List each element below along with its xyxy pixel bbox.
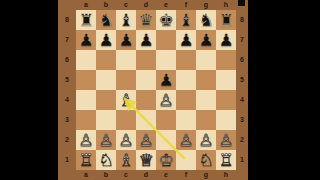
square-e3[interactable]: [156, 110, 176, 130]
square-d8[interactable]: ♛: [136, 10, 156, 30]
square-e8[interactable]: ♚: [156, 10, 176, 30]
file-label-c-bottom: c: [116, 170, 136, 180]
rank-label-3-left: 3: [58, 110, 76, 130]
square-h2[interactable]: ♙: [216, 130, 236, 150]
rank-label-6-left: 6: [58, 50, 76, 70]
file-label-d-top: d: [136, 0, 156, 10]
square-a5[interactable]: [76, 70, 96, 90]
square-c7[interactable]: ♟: [116, 30, 136, 50]
piece-black-knight: ♞: [198, 10, 213, 30]
piece-black-pawn: ♟: [198, 30, 213, 50]
rank-label-1-left: 1: [58, 150, 76, 170]
square-h7[interactable]: ♟: [216, 30, 236, 50]
rank-label-2-right: 2: [236, 130, 248, 150]
square-d3[interactable]: [136, 110, 156, 130]
square-f6[interactable]: [176, 50, 196, 70]
square-a6[interactable]: [76, 50, 96, 70]
file-label-e-bottom: e: [156, 170, 176, 180]
square-d2[interactable]: ♙: [136, 130, 156, 150]
square-a4[interactable]: [76, 90, 96, 110]
square-e7[interactable]: [156, 30, 176, 50]
letterbox-left: [0, 0, 58, 180]
file-label-f-top: f: [176, 0, 196, 10]
file-label-f-bottom: f: [176, 170, 196, 180]
square-g7[interactable]: ♟: [196, 30, 216, 50]
square-f4[interactable]: [176, 90, 196, 110]
square-h5[interactable]: [216, 70, 236, 90]
piece-white-bishop: ♗: [118, 90, 133, 110]
rank-label-2-left: 2: [58, 130, 76, 150]
piece-white-pawn: ♙: [218, 130, 233, 150]
square-g5[interactable]: [196, 70, 216, 90]
file-label-b-bottom: b: [96, 170, 116, 180]
piece-black-pawn: ♟: [158, 70, 173, 90]
square-g4[interactable]: [196, 90, 216, 110]
square-c4[interactable]: ♗: [116, 90, 136, 110]
file-label-g-top: g: [196, 0, 216, 10]
square-f3[interactable]: [176, 110, 196, 130]
square-c5[interactable]: [116, 70, 136, 90]
piece-black-pawn: ♟: [178, 30, 193, 50]
square-d5[interactable]: [136, 70, 156, 90]
piece-black-pawn: ♟: [118, 30, 133, 50]
square-g1[interactable]: ♘: [196, 150, 216, 170]
file-label-h-top: h: [216, 0, 236, 10]
square-h1[interactable]: ♖: [216, 150, 236, 170]
square-h8[interactable]: ♜: [216, 10, 236, 30]
piece-black-bishop: ♝: [178, 10, 193, 30]
square-e5[interactable]: ♟: [156, 70, 176, 90]
piece-white-pawn: ♙: [158, 90, 173, 110]
square-e6[interactable]: [156, 50, 176, 70]
square-f8[interactable]: ♝: [176, 10, 196, 30]
rank-label-8-right: 8: [236, 10, 248, 30]
piece-white-pawn: ♙: [78, 130, 93, 150]
rank-label-8-left: 8: [58, 10, 76, 30]
square-c1[interactable]: ♗: [116, 150, 136, 170]
square-a8[interactable]: ♜: [76, 10, 96, 30]
square-g8[interactable]: ♞: [196, 10, 216, 30]
piece-white-knight: ♘: [98, 150, 113, 170]
square-f2[interactable]: ♙: [176, 130, 196, 150]
square-h6[interactable]: [216, 50, 236, 70]
square-c3[interactable]: [116, 110, 136, 130]
square-b4[interactable]: [96, 90, 116, 110]
piece-black-rook: ♜: [78, 10, 93, 30]
square-d4[interactable]: [136, 90, 156, 110]
square-g2[interactable]: ♙: [196, 130, 216, 150]
square-a3[interactable]: [76, 110, 96, 130]
square-b1[interactable]: ♘: [96, 150, 116, 170]
square-b3[interactable]: [96, 110, 116, 130]
square-a2[interactable]: ♙: [76, 130, 96, 150]
file-label-b-top: b: [96, 0, 116, 10]
rank-label-5-right: 5: [236, 70, 248, 90]
rank-label-4-right: 4: [236, 90, 248, 110]
square-c8[interactable]: ♝: [116, 10, 136, 30]
piece-white-pawn: ♙: [198, 130, 213, 150]
piece-white-queen: ♕: [138, 150, 153, 170]
square-f7[interactable]: ♟: [176, 30, 196, 50]
rank-label-5-left: 5: [58, 70, 76, 90]
square-d7[interactable]: ♟: [136, 30, 156, 50]
piece-black-knight: ♞: [98, 10, 113, 30]
piece-white-bishop: ♗: [118, 150, 133, 170]
file-label-a-top: a: [76, 0, 96, 10]
piece-white-king: ♔: [158, 150, 173, 170]
square-d1[interactable]: ♕: [136, 150, 156, 170]
piece-white-pawn: ♙: [138, 130, 153, 150]
piece-black-king: ♚: [158, 10, 173, 30]
square-c2[interactable]: ♙: [116, 130, 136, 150]
file-label-e-top: e: [156, 0, 176, 10]
piece-black-queen: ♛: [138, 10, 153, 30]
square-f1[interactable]: [176, 150, 196, 170]
piece-white-pawn: ♙: [118, 130, 133, 150]
file-label-h-bottom: h: [216, 170, 236, 180]
rank-label-7-left: 7: [58, 30, 76, 50]
square-g6[interactable]: [196, 50, 216, 70]
square-b2[interactable]: ♙: [96, 130, 116, 150]
piece-black-bishop: ♝: [118, 10, 133, 30]
square-b8[interactable]: ♞: [96, 10, 116, 30]
piece-white-knight: ♘: [198, 150, 213, 170]
rank-label-7-right: 7: [236, 30, 248, 50]
square-e1[interactable]: ♔: [156, 150, 176, 170]
square-g3[interactable]: [196, 110, 216, 130]
video-frame: aabbccddeeffgghh8877665544332211 ♜♞♝♛♚♝♞…: [0, 0, 320, 180]
rank-label-3-right: 3: [236, 110, 248, 130]
piece-black-pawn: ♟: [138, 30, 153, 50]
piece-white-rook: ♖: [218, 150, 233, 170]
piece-white-pawn: ♙: [178, 130, 193, 150]
file-label-a-bottom: a: [76, 170, 96, 180]
square-f5[interactable]: [176, 70, 196, 90]
letterbox-right: [248, 0, 320, 180]
rank-label-6-right: 6: [236, 50, 248, 70]
file-label-c-top: c: [116, 0, 136, 10]
piece-black-rook: ♜: [218, 10, 233, 30]
file-label-g-bottom: g: [196, 170, 216, 180]
file-label-d-bottom: d: [136, 170, 156, 180]
square-e2[interactable]: [156, 130, 176, 150]
square-h4[interactable]: [216, 90, 236, 110]
piece-black-pawn: ♟: [218, 30, 233, 50]
square-b6[interactable]: [96, 50, 116, 70]
board-squares: ♜♞♝♛♚♝♞♜♟♟♟♟♟♟♟♟♗♙♙♙♙♙♙♙♙♖♘♗♕♔♘♖: [76, 10, 236, 170]
square-e4[interactable]: ♙: [156, 90, 176, 110]
rank-label-1-right: 1: [236, 150, 248, 170]
piece-black-pawn: ♟: [78, 30, 93, 50]
square-a7[interactable]: ♟: [76, 30, 96, 50]
rank-label-4-left: 4: [58, 90, 76, 110]
chess-board: aabbccddeeffgghh8877665544332211 ♜♞♝♛♚♝♞…: [58, 0, 248, 180]
piece-black-pawn: ♟: [98, 30, 113, 50]
turn-indicator-black: [238, 0, 245, 6]
square-a1[interactable]: ♖: [76, 150, 96, 170]
piece-white-pawn: ♙: [98, 130, 113, 150]
square-b7[interactable]: ♟: [96, 30, 116, 50]
square-b5[interactable]: [96, 70, 116, 90]
piece-white-rook: ♖: [78, 150, 93, 170]
square-h3[interactable]: [216, 110, 236, 130]
square-d6[interactable]: [136, 50, 156, 70]
square-c6[interactable]: [116, 50, 136, 70]
